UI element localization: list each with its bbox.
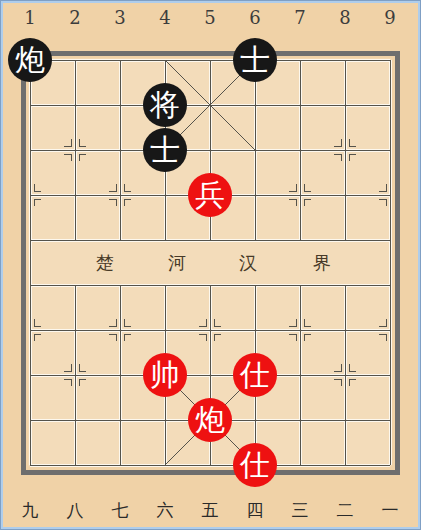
file-label-bottom-4: 四 [233, 500, 277, 520]
file-label-top-4: 4 [143, 8, 187, 28]
river-char-he: 河 [155, 252, 199, 274]
piece-black-advisor[interactable]: 士 [233, 38, 277, 82]
piece-red-soldier[interactable]: 兵 [188, 173, 232, 217]
piece-black-general[interactable]: 将 [143, 83, 187, 127]
board-grid [0, 0, 421, 530]
file-label-top-9: 9 [368, 8, 412, 28]
file-label-bottom-7: 七 [98, 500, 142, 520]
file-label-bottom-8: 八 [53, 500, 97, 520]
river-char-han: 汉 [226, 252, 270, 274]
piece-red-advisor[interactable]: 仕 [233, 443, 277, 487]
file-label-top-2: 2 [53, 8, 97, 28]
piece-red-cannon[interactable]: 炮 [188, 398, 232, 442]
file-label-bottom-2: 二 [323, 500, 367, 520]
file-label-bottom-6: 六 [143, 500, 187, 520]
file-label-top-5: 5 [188, 8, 232, 28]
file-label-top-6: 6 [233, 8, 277, 28]
file-label-bottom-3: 三 [278, 500, 322, 520]
file-label-bottom-5: 五 [188, 500, 232, 520]
xiangqi-board-window: 1 2 3 4 5 6 7 8 9 [0, 0, 421, 530]
file-label-top-7: 7 [278, 8, 322, 28]
piece-black-cannon[interactable]: 炮 [8, 38, 52, 82]
piece-red-general[interactable]: 帅 [143, 353, 187, 397]
file-label-bottom-1: 一 [368, 500, 412, 520]
file-label-bottom-9: 九 [8, 500, 52, 520]
piece-black-advisor[interactable]: 士 [143, 128, 187, 172]
piece-red-advisor[interactable]: 仕 [233, 353, 277, 397]
file-label-top-3: 3 [98, 8, 142, 28]
river-char-chu: 楚 [83, 252, 127, 274]
file-label-top-1: 1 [8, 8, 52, 28]
file-label-top-8: 8 [323, 8, 367, 28]
river-char-jie: 界 [300, 252, 344, 274]
